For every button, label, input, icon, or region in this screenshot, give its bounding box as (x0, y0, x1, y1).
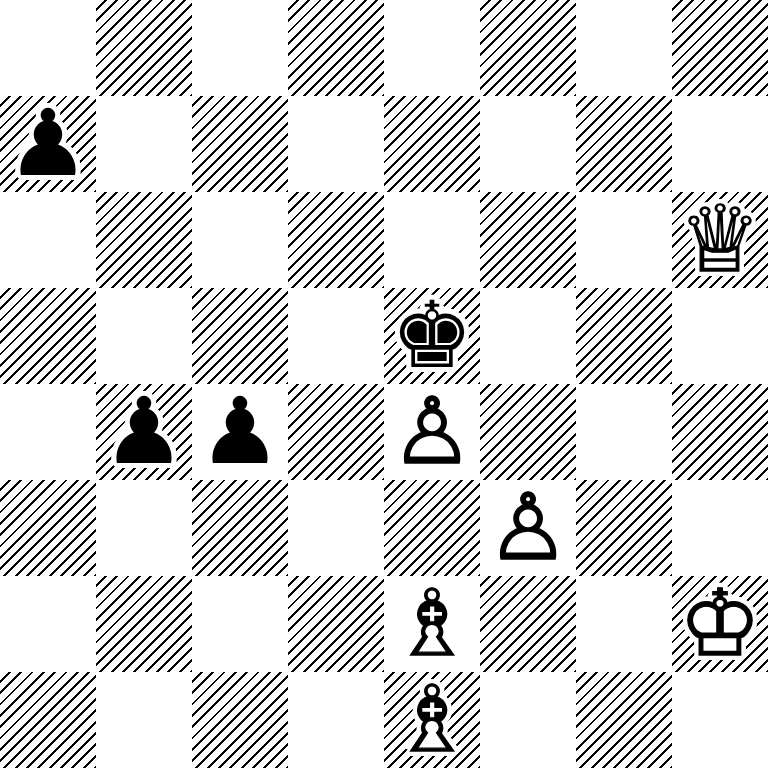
square-b3[interactable] (96, 480, 192, 576)
square-d3[interactable] (288, 480, 384, 576)
square-g5[interactable] (576, 288, 672, 384)
black-pawn-icon: ♟ (192, 384, 288, 480)
square-f6[interactable] (480, 192, 576, 288)
square-e2[interactable]: ♝♗ (384, 576, 480, 672)
square-g4[interactable] (576, 384, 672, 480)
square-h6[interactable]: ♛♕ (672, 192, 768, 288)
square-g6[interactable] (576, 192, 672, 288)
square-h7[interactable] (672, 96, 768, 192)
white-queen-icon: ♕ (672, 192, 768, 288)
square-f1[interactable] (480, 672, 576, 768)
square-e4[interactable]: ♟♙ (384, 384, 480, 480)
square-e7[interactable] (384, 96, 480, 192)
square-a3[interactable] (0, 480, 96, 576)
square-a7[interactable]: ♟♟ (0, 96, 96, 192)
square-d7[interactable] (288, 96, 384, 192)
square-f4[interactable] (480, 384, 576, 480)
square-c8[interactable] (192, 0, 288, 96)
square-b8[interactable] (96, 0, 192, 96)
square-d6[interactable] (288, 192, 384, 288)
black-pawn-icon: ♟ (0, 96, 96, 192)
square-g1[interactable] (576, 672, 672, 768)
square-h2[interactable]: ♚♔ (672, 576, 768, 672)
white-bishop-icon: ♗ (384, 672, 480, 768)
square-e1[interactable]: ♝♗ (384, 672, 480, 768)
piece-white-queen[interactable]: ♛♕ (672, 192, 768, 288)
piece-white-pawn[interactable]: ♟♙ (480, 480, 576, 576)
square-f8[interactable] (480, 0, 576, 96)
square-a1[interactable] (0, 672, 96, 768)
square-a4[interactable] (0, 384, 96, 480)
square-c4[interactable]: ♟♟ (192, 384, 288, 480)
square-e8[interactable] (384, 0, 480, 96)
square-e6[interactable] (384, 192, 480, 288)
square-e5[interactable]: ♚♚ (384, 288, 480, 384)
square-b1[interactable] (96, 672, 192, 768)
square-b2[interactable] (96, 576, 192, 672)
square-f2[interactable] (480, 576, 576, 672)
square-a5[interactable] (0, 288, 96, 384)
black-king-icon: ♚ (384, 288, 480, 384)
square-h1[interactable] (672, 672, 768, 768)
square-g8[interactable] (576, 0, 672, 96)
square-c6[interactable] (192, 192, 288, 288)
square-h3[interactable] (672, 480, 768, 576)
square-f3[interactable]: ♟♙ (480, 480, 576, 576)
square-h4[interactable] (672, 384, 768, 480)
piece-white-bishop[interactable]: ♝♗ (384, 672, 480, 768)
square-d8[interactable] (288, 0, 384, 96)
square-d5[interactable] (288, 288, 384, 384)
square-h8[interactable] (672, 0, 768, 96)
square-c2[interactable] (192, 576, 288, 672)
piece-white-bishop[interactable]: ♝♗ (384, 576, 480, 672)
square-e3[interactable] (384, 480, 480, 576)
white-pawn-icon: ♙ (384, 384, 480, 480)
piece-white-king[interactable]: ♚♔ (672, 576, 768, 672)
square-f7[interactable] (480, 96, 576, 192)
square-f5[interactable] (480, 288, 576, 384)
square-d2[interactable] (288, 576, 384, 672)
square-a2[interactable] (0, 576, 96, 672)
white-pawn-icon: ♙ (480, 480, 576, 576)
square-a8[interactable] (0, 0, 96, 96)
square-c7[interactable] (192, 96, 288, 192)
square-b6[interactable] (96, 192, 192, 288)
square-c1[interactable] (192, 672, 288, 768)
square-c5[interactable] (192, 288, 288, 384)
square-b7[interactable] (96, 96, 192, 192)
piece-white-pawn[interactable]: ♟♙ (384, 384, 480, 480)
black-pawn-icon: ♟ (96, 384, 192, 480)
square-g7[interactable] (576, 96, 672, 192)
piece-black-king[interactable]: ♚♚ (384, 288, 480, 384)
square-b5[interactable] (96, 288, 192, 384)
piece-black-pawn[interactable]: ♟♟ (96, 384, 192, 480)
piece-black-pawn[interactable]: ♟♟ (192, 384, 288, 480)
square-g2[interactable] (576, 576, 672, 672)
square-a6[interactable] (0, 192, 96, 288)
square-d1[interactable] (288, 672, 384, 768)
square-c3[interactable] (192, 480, 288, 576)
square-b4[interactable]: ♟♟ (96, 384, 192, 480)
square-g3[interactable] (576, 480, 672, 576)
piece-black-pawn[interactable]: ♟♟ (0, 96, 96, 192)
white-bishop-icon: ♗ (384, 576, 480, 672)
white-king-icon: ♔ (672, 576, 768, 672)
square-h5[interactable] (672, 288, 768, 384)
square-d4[interactable] (288, 384, 384, 480)
chess-board: ♟♟♛♕♚♚♟♟♟♟♟♙♟♙♝♗♚♔♝♗ (0, 0, 768, 768)
